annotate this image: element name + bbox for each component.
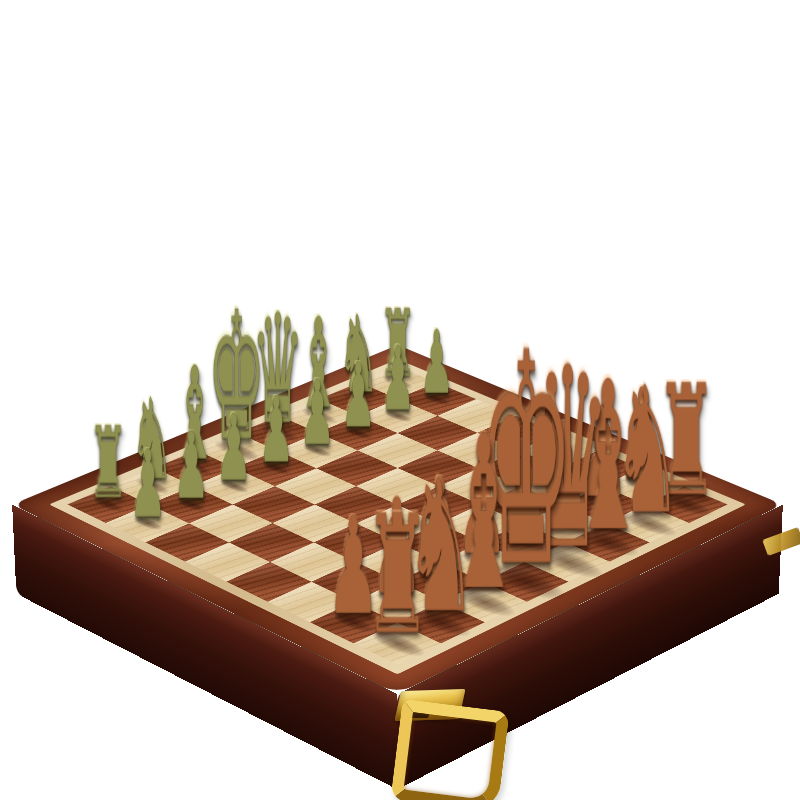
chess-set-scene: ♜♞♟♝♟♛♟♚♟♝♟♞♟♟♜♟♟♜♟♟♞♟♝♟♛♟♚♟♝♟♞♜	[0, 0, 800, 800]
gold-clasp	[384, 690, 504, 790]
copper-rook-glyph: ♜	[341, 509, 454, 643]
product-photo-stage: ♜♞♟♝♟♛♟♚♟♝♟♞♟♟♜♟♟♜♟♟♞♟♝♟♛♟♚♟♝♟♞♜	[0, 0, 800, 800]
chess-board: ♜♞♟♝♟♛♟♚♟♝♟♞♟♟♜♟♟♜♟♟♞♟♝♟♛♟♚♟♝♟♞♜	[12, 345, 783, 694]
clasp-ring	[390, 699, 510, 800]
bronze-pawn-glyph: ♟	[94, 447, 201, 524]
